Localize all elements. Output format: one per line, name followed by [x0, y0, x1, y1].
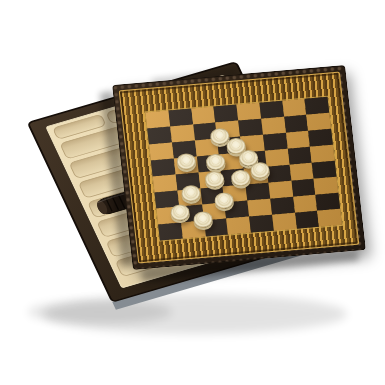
ground-shadow-left: [28, 300, 172, 324]
ornate-gold-border: [119, 72, 360, 264]
checkerboard-grid: [144, 96, 343, 242]
board-square: [226, 217, 251, 235]
checkerboard-lid: [112, 65, 366, 270]
board-square: [158, 222, 183, 240]
board-square: [272, 213, 297, 231]
board-square: [249, 215, 274, 233]
board-square: [317, 209, 342, 227]
product-photo-stage: [0, 0, 385, 385]
board-square: [295, 211, 320, 229]
